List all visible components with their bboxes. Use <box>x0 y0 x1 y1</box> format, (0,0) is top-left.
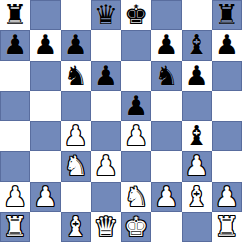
square-e2[interactable]: ♞ <box>121 182 151 212</box>
square-d2[interactable] <box>91 182 121 212</box>
square-h6[interactable] <box>212 61 242 91</box>
square-h3[interactable] <box>212 151 242 181</box>
square-f1[interactable] <box>151 212 181 242</box>
square-f6[interactable]: ♞ <box>151 61 181 91</box>
piece-white-pawn[interactable]: ♟ <box>154 182 178 212</box>
piece-white-pawn[interactable]: ♟ <box>33 182 57 212</box>
square-h5[interactable] <box>212 91 242 121</box>
square-h2[interactable]: ♟ <box>212 182 242 212</box>
piece-white-pawn[interactable]: ♟ <box>3 182 27 212</box>
square-e7[interactable] <box>121 30 151 60</box>
square-c1[interactable]: ♝ <box>61 212 91 242</box>
square-b3[interactable] <box>30 151 60 181</box>
square-d4[interactable] <box>91 121 121 151</box>
piece-black-pawn[interactable]: ♟ <box>3 30 27 60</box>
square-c6[interactable]: ♞ <box>61 61 91 91</box>
piece-black-king[interactable]: ♚ <box>124 0 148 30</box>
square-e4[interactable]: ♟ <box>121 121 151 151</box>
piece-white-knight[interactable]: ♞ <box>124 182 148 212</box>
square-h7[interactable]: ♟ <box>212 30 242 60</box>
piece-white-pawn[interactable]: ♟ <box>64 121 88 151</box>
square-b5[interactable] <box>30 91 60 121</box>
piece-black-pawn[interactable]: ♟ <box>154 30 178 60</box>
square-d3[interactable]: ♟ <box>91 151 121 181</box>
square-b2[interactable]: ♟ <box>30 182 60 212</box>
square-f4[interactable] <box>151 121 181 151</box>
piece-black-pawn[interactable]: ♟ <box>94 61 118 91</box>
square-a5[interactable] <box>0 91 30 121</box>
piece-black-pawn[interactable]: ♟ <box>124 91 148 121</box>
piece-black-bishop[interactable]: ♝ <box>185 121 209 151</box>
piece-black-pawn[interactable]: ♟ <box>215 30 239 60</box>
square-a7[interactable]: ♟ <box>0 30 30 60</box>
piece-black-pawn[interactable]: ♟ <box>64 30 88 60</box>
square-h8[interactable]: ♜ <box>212 0 242 30</box>
square-c4[interactable]: ♟ <box>61 121 91 151</box>
piece-black-bishop[interactable]: ♝ <box>185 30 209 60</box>
square-e1[interactable]: ♚ <box>121 212 151 242</box>
square-g4[interactable]: ♝ <box>182 121 212 151</box>
square-b6[interactable] <box>30 61 60 91</box>
square-c2[interactable] <box>61 182 91 212</box>
square-h1[interactable]: ♜ <box>212 212 242 242</box>
square-b7[interactable]: ♟ <box>30 30 60 60</box>
square-d8[interactable]: ♛ <box>91 0 121 30</box>
piece-black-queen[interactable]: ♛ <box>94 0 118 30</box>
square-g2[interactable]: ♝ <box>182 182 212 212</box>
square-g1[interactable] <box>182 212 212 242</box>
piece-white-rook[interactable]: ♜ <box>3 212 27 242</box>
square-b1[interactable] <box>30 212 60 242</box>
square-a8[interactable]: ♜ <box>0 0 30 30</box>
square-f8[interactable] <box>151 0 181 30</box>
square-h4[interactable] <box>212 121 242 151</box>
piece-black-rook[interactable]: ♜ <box>3 0 27 30</box>
piece-white-pawn[interactable]: ♟ <box>185 151 209 181</box>
square-f5[interactable] <box>151 91 181 121</box>
square-e5[interactable]: ♟ <box>121 91 151 121</box>
square-d5[interactable] <box>91 91 121 121</box>
square-b8[interactable] <box>30 0 60 30</box>
piece-white-pawn[interactable]: ♟ <box>124 121 148 151</box>
piece-white-bishop[interactable]: ♝ <box>185 182 209 212</box>
piece-white-rook[interactable]: ♜ <box>215 212 239 242</box>
square-c7[interactable]: ♟ <box>61 30 91 60</box>
piece-white-bishop[interactable]: ♝ <box>64 212 88 242</box>
piece-black-knight[interactable]: ♞ <box>154 61 178 91</box>
piece-white-queen[interactable]: ♛ <box>94 212 118 242</box>
piece-black-pawn[interactable]: ♟ <box>185 61 209 91</box>
square-f3[interactable] <box>151 151 181 181</box>
square-f2[interactable]: ♟ <box>151 182 181 212</box>
square-f7[interactable]: ♟ <box>151 30 181 60</box>
square-a3[interactable] <box>0 151 30 181</box>
chess-board: ♜♛♚♜♟♟♟♟♝♟♞♟♞♟♟♟♟♝♞♟♟♟♟♞♟♝♟♜♝♛♚♜ <box>0 0 242 242</box>
square-a4[interactable] <box>0 121 30 151</box>
square-a1[interactable]: ♜ <box>0 212 30 242</box>
piece-black-rook[interactable]: ♜ <box>215 0 239 30</box>
piece-white-king[interactable]: ♚ <box>124 212 148 242</box>
piece-white-knight[interactable]: ♞ <box>64 151 88 181</box>
square-e6[interactable] <box>121 61 151 91</box>
square-d7[interactable] <box>91 30 121 60</box>
square-c3[interactable]: ♞ <box>61 151 91 181</box>
square-b4[interactable] <box>30 121 60 151</box>
square-e3[interactable] <box>121 151 151 181</box>
square-a2[interactable]: ♟ <box>0 182 30 212</box>
square-d6[interactable]: ♟ <box>91 61 121 91</box>
square-c5[interactable] <box>61 91 91 121</box>
square-a6[interactable] <box>0 61 30 91</box>
square-g8[interactable] <box>182 0 212 30</box>
piece-white-pawn[interactable]: ♟ <box>215 182 239 212</box>
piece-black-pawn[interactable]: ♟ <box>33 30 57 60</box>
square-c8[interactable] <box>61 0 91 30</box>
piece-white-pawn[interactable]: ♟ <box>94 151 118 181</box>
square-d1[interactable]: ♛ <box>91 212 121 242</box>
square-g5[interactable] <box>182 91 212 121</box>
square-g7[interactable]: ♝ <box>182 30 212 60</box>
square-e8[interactable]: ♚ <box>121 0 151 30</box>
square-g6[interactable]: ♟ <box>182 61 212 91</box>
square-g3[interactable]: ♟ <box>182 151 212 181</box>
piece-black-knight[interactable]: ♞ <box>64 61 88 91</box>
